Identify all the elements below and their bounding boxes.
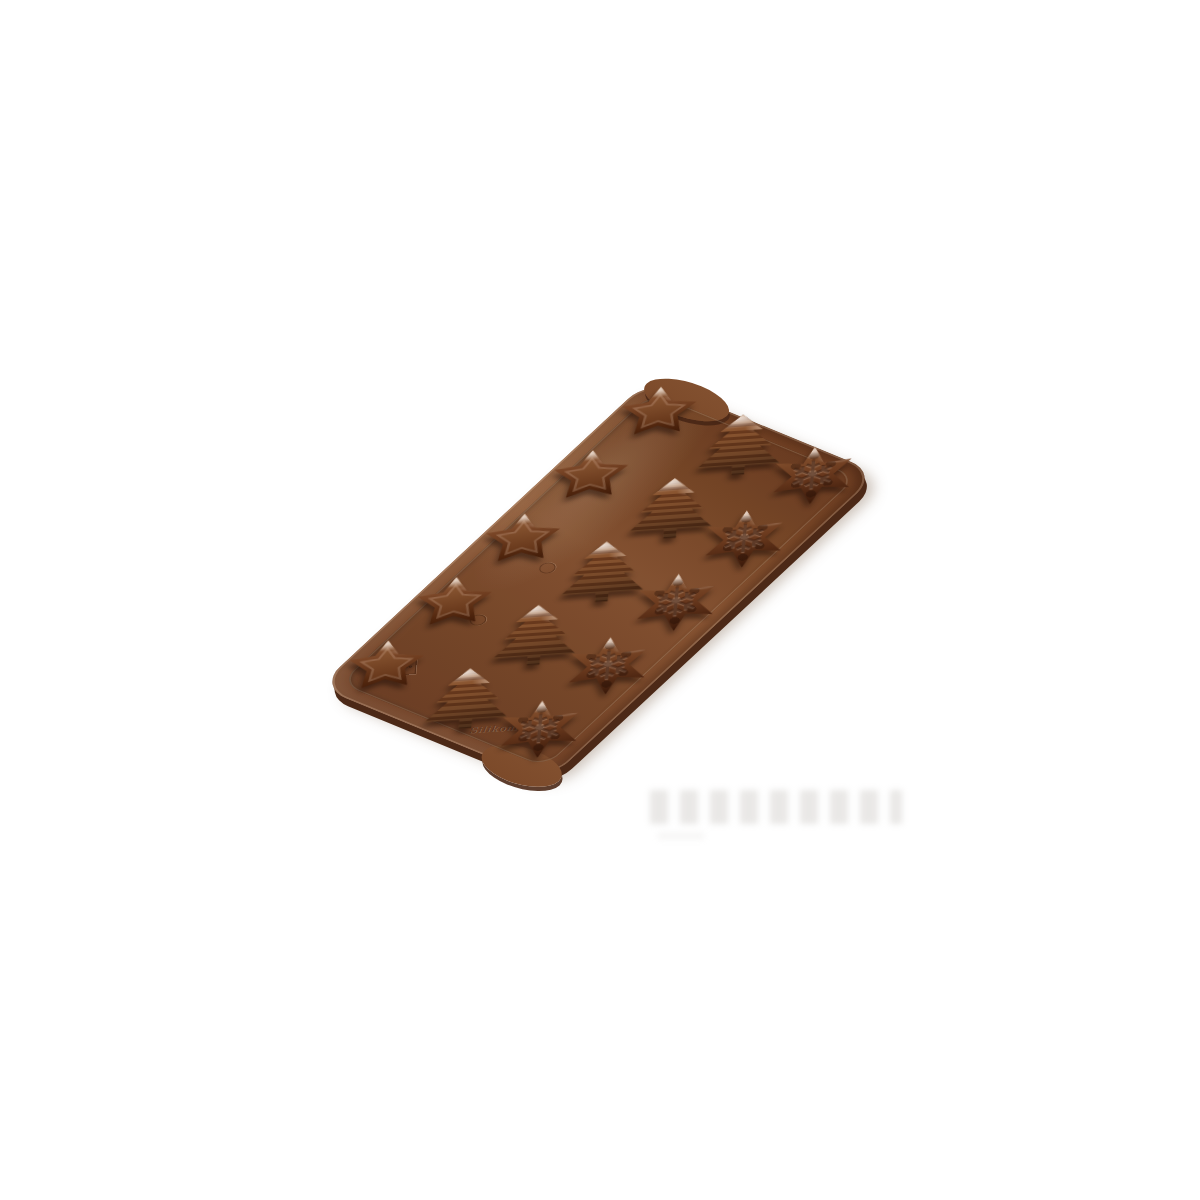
- cavity-star-4: [549, 447, 631, 504]
- cavity-snowflake-3: ❄: [630, 571, 722, 634]
- snowflake-shape: ❄: [630, 571, 722, 634]
- watermark: [650, 784, 902, 838]
- snowflake-icon: ❄: [766, 444, 858, 507]
- mold-tray: 100% Silikomart ❄❄❄❄❄: [318, 379, 879, 782]
- snowflake-icon: ❄: [494, 697, 586, 760]
- cavity-snowflake-1: ❄: [494, 697, 586, 760]
- star-shape: [549, 447, 631, 504]
- star-shape: [345, 638, 427, 695]
- cavity-snowflake-4: ❄: [698, 507, 790, 570]
- snowflake-icon: ❄: [698, 507, 790, 570]
- snowflake-icon: ❄: [562, 634, 654, 697]
- watermark-fragment: [658, 834, 704, 838]
- product-photo: 100% Silikomart ❄❄❄❄❄: [0, 0, 1200, 1200]
- cavity-star-1: [345, 638, 427, 695]
- cavity-snowflake-5: ❄: [766, 444, 858, 507]
- snowflake-shape: ❄: [766, 444, 858, 507]
- star-shape: [618, 384, 700, 441]
- cavity-snowflake-2: ❄: [562, 634, 654, 697]
- cavity-star-3: [481, 511, 563, 568]
- snowflake-icon: ❄: [630, 571, 722, 634]
- snowflake-shape: ❄: [562, 634, 654, 697]
- cavity-grid: ❄❄❄❄❄: [318, 379, 879, 782]
- snowflake-shape: ❄: [698, 507, 790, 570]
- cavity-star-2: [413, 574, 495, 631]
- cavity-star-5: [618, 384, 700, 441]
- snowflake-shape: ❄: [494, 697, 586, 760]
- star-shape: [481, 511, 563, 568]
- star-shape: [413, 574, 495, 631]
